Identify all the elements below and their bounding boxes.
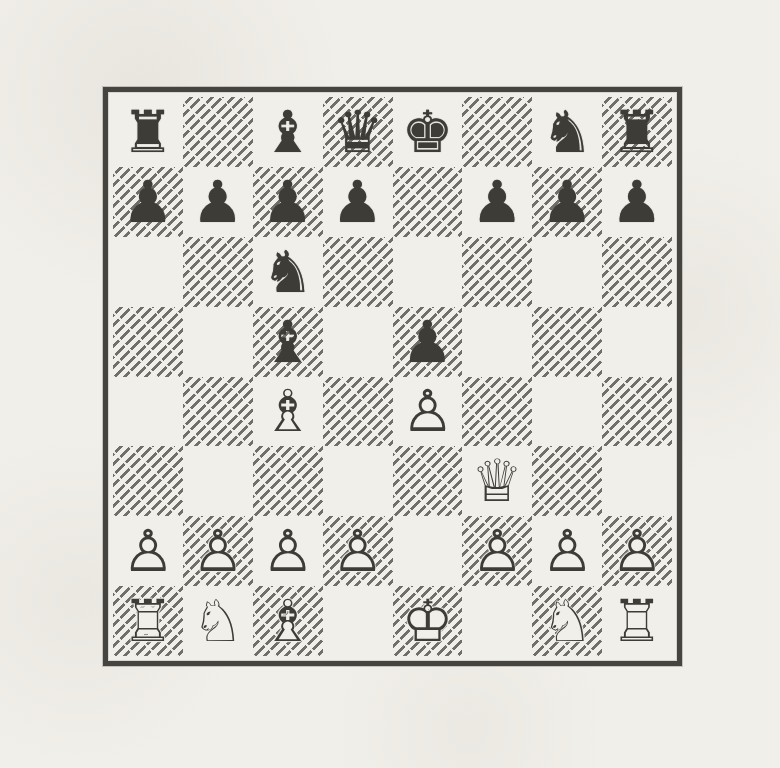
square-e4[interactable]: ♟♙ — [393, 377, 463, 447]
white-pawn: ♟♙ — [462, 516, 532, 586]
white-pawn: ♟♙ — [393, 377, 463, 447]
square-g7[interactable]: ♟ — [532, 167, 602, 237]
square-f2[interactable]: ♟♙ — [462, 516, 532, 586]
square-a3[interactable] — [113, 446, 183, 516]
square-c4[interactable]: ♝♗ — [253, 377, 323, 447]
black-rook: ♜ — [602, 97, 672, 167]
square-e6[interactable] — [393, 237, 463, 307]
square-h6[interactable] — [602, 237, 672, 307]
black-bishop: ♝ — [253, 307, 323, 377]
square-f3[interactable]: ♛♕ — [462, 446, 532, 516]
square-c2[interactable]: ♟♙ — [253, 516, 323, 586]
square-b7[interactable]: ♟ — [183, 167, 253, 237]
square-a4[interactable] — [113, 377, 183, 447]
square-d5[interactable] — [323, 307, 393, 377]
square-b2[interactable]: ♟♙ — [183, 516, 253, 586]
square-e7[interactable] — [393, 167, 463, 237]
square-c1[interactable]: ♝♗ — [253, 586, 323, 656]
square-a1[interactable]: ♜♖ — [113, 586, 183, 656]
square-a6[interactable] — [113, 237, 183, 307]
white-pawn: ♟♙ — [602, 516, 672, 586]
square-e1[interactable]: ♚♔ — [393, 586, 463, 656]
square-a8[interactable]: ♜ — [113, 97, 183, 167]
white-king: ♚♔ — [393, 586, 463, 656]
square-b1[interactable]: ♞♘ — [183, 586, 253, 656]
square-a7[interactable]: ♟ — [113, 167, 183, 237]
square-g1[interactable]: ♞♘ — [532, 586, 602, 656]
black-pawn: ♟ — [393, 307, 463, 377]
white-bishop: ♝♗ — [253, 377, 323, 447]
black-pawn: ♟ — [462, 167, 532, 237]
black-pawn: ♟ — [602, 167, 672, 237]
square-c3[interactable] — [253, 446, 323, 516]
black-queen: ♛ — [323, 97, 393, 167]
black-pawn: ♟ — [253, 167, 323, 237]
square-g8[interactable]: ♞ — [532, 97, 602, 167]
board-grid: ♜♝♛♚♞♜♟♟♟♟♟♟♟♞♝♟♝♗♟♙♛♕♟♙♟♙♟♙♟♙♟♙♟♙♟♙♜♖♞♘… — [113, 97, 672, 656]
square-a2[interactable]: ♟♙ — [113, 516, 183, 586]
square-c7[interactable]: ♟ — [253, 167, 323, 237]
square-b6[interactable] — [183, 237, 253, 307]
white-pawn: ♟♙ — [253, 516, 323, 586]
black-pawn: ♟ — [113, 167, 183, 237]
white-bishop: ♝♗ — [253, 586, 323, 656]
square-h3[interactable] — [602, 446, 672, 516]
white-knight: ♞♘ — [183, 586, 253, 656]
scanned-book-page: { "game": "chess", "diagram": { "kind": … — [0, 0, 780, 768]
square-g5[interactable] — [532, 307, 602, 377]
square-h1[interactable]: ♜♖ — [602, 586, 672, 656]
square-e5[interactable]: ♟ — [393, 307, 463, 377]
square-d1[interactable] — [323, 586, 393, 656]
black-knight: ♞ — [253, 237, 323, 307]
square-d8[interactable]: ♛ — [323, 97, 393, 167]
square-b5[interactable] — [183, 307, 253, 377]
black-pawn: ♟ — [532, 167, 602, 237]
square-c8[interactable]: ♝ — [253, 97, 323, 167]
square-d3[interactable] — [323, 446, 393, 516]
square-c5[interactable]: ♝ — [253, 307, 323, 377]
white-rook: ♜♖ — [113, 586, 183, 656]
square-d4[interactable] — [323, 377, 393, 447]
square-h7[interactable]: ♟ — [602, 167, 672, 237]
square-d6[interactable] — [323, 237, 393, 307]
white-rook: ♜♖ — [602, 586, 672, 656]
square-f1[interactable] — [462, 586, 532, 656]
white-pawn: ♟♙ — [113, 516, 183, 586]
square-g6[interactable] — [532, 237, 602, 307]
white-knight: ♞♘ — [532, 586, 602, 656]
square-c6[interactable]: ♞ — [253, 237, 323, 307]
square-f8[interactable] — [462, 97, 532, 167]
black-pawn: ♟ — [183, 167, 253, 237]
square-f4[interactable] — [462, 377, 532, 447]
square-g2[interactable]: ♟♙ — [532, 516, 602, 586]
square-d2[interactable]: ♟♙ — [323, 516, 393, 586]
square-b8[interactable] — [183, 97, 253, 167]
square-b4[interactable] — [183, 377, 253, 447]
square-f7[interactable]: ♟ — [462, 167, 532, 237]
square-h5[interactable] — [602, 307, 672, 377]
white-pawn: ♟♙ — [323, 516, 393, 586]
black-rook: ♜ — [113, 97, 183, 167]
square-a5[interactable] — [113, 307, 183, 377]
white-pawn: ♟♙ — [183, 516, 253, 586]
black-bishop: ♝ — [253, 97, 323, 167]
black-king: ♚ — [393, 97, 463, 167]
square-e2[interactable] — [393, 516, 463, 586]
square-f6[interactable] — [462, 237, 532, 307]
square-d7[interactable]: ♟ — [323, 167, 393, 237]
square-f5[interactable] — [462, 307, 532, 377]
square-h2[interactable]: ♟♙ — [602, 516, 672, 586]
square-h4[interactable] — [602, 377, 672, 447]
square-g4[interactable] — [532, 377, 602, 447]
white-pawn: ♟♙ — [532, 516, 602, 586]
black-pawn: ♟ — [323, 167, 393, 237]
black-knight: ♞ — [532, 97, 602, 167]
square-e3[interactable] — [393, 446, 463, 516]
white-queen: ♛♕ — [462, 446, 532, 516]
square-h8[interactable]: ♜ — [602, 97, 672, 167]
square-g3[interactable] — [532, 446, 602, 516]
square-b3[interactable] — [183, 446, 253, 516]
square-e8[interactable]: ♚ — [393, 97, 463, 167]
chessboard: ♜♝♛♚♞♜♟♟♟♟♟♟♟♞♝♟♝♗♟♙♛♕♟♙♟♙♟♙♟♙♟♙♟♙♟♙♜♖♞♘… — [103, 87, 682, 666]
